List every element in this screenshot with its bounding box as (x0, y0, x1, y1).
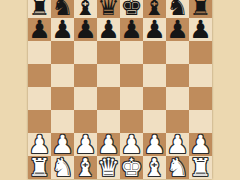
square-g2[interactable]: ♟ (166, 133, 189, 156)
square-h5[interactable] (189, 64, 212, 87)
square-e5[interactable] (120, 64, 143, 87)
square-h7[interactable]: ♟ (189, 18, 212, 41)
square-e3[interactable] (120, 110, 143, 133)
square-c8[interactable]: ♝ (74, 0, 97, 18)
piece-white-pawn[interactable]: ♟ (120, 132, 142, 157)
square-g1[interactable]: ♞ (166, 156, 189, 179)
square-d6[interactable] (97, 41, 120, 64)
piece-white-queen[interactable]: ♛ (97, 155, 119, 180)
square-c6[interactable] (74, 41, 97, 64)
square-b6[interactable] (51, 41, 74, 64)
square-g7[interactable]: ♟ (166, 18, 189, 41)
square-b3[interactable] (51, 110, 74, 133)
piece-black-rook[interactable]: ♜ (28, 0, 50, 19)
piece-black-pawn[interactable]: ♟ (97, 17, 119, 42)
square-e4[interactable] (120, 87, 143, 110)
square-b2[interactable]: ♟ (51, 133, 74, 156)
square-b4[interactable] (51, 87, 74, 110)
square-g6[interactable] (166, 41, 189, 64)
piece-black-bishop[interactable]: ♝ (74, 0, 96, 19)
square-d8[interactable]: ♛ (97, 0, 120, 18)
square-c7[interactable]: ♟ (74, 18, 97, 41)
piece-black-queen[interactable]: ♛ (97, 0, 119, 19)
piece-white-king[interactable]: ♚ (120, 155, 142, 180)
square-a5[interactable] (28, 64, 51, 87)
square-g3[interactable] (166, 110, 189, 133)
square-f3[interactable] (143, 110, 166, 133)
piece-white-bishop[interactable]: ♝ (143, 155, 165, 180)
square-a7[interactable]: ♟ (28, 18, 51, 41)
piece-black-pawn[interactable]: ♟ (166, 17, 188, 42)
square-h4[interactable] (189, 87, 212, 110)
piece-white-rook[interactable]: ♜ (28, 155, 50, 180)
square-e2[interactable]: ♟ (120, 133, 143, 156)
square-e8[interactable]: ♚ (120, 0, 143, 18)
piece-white-bishop[interactable]: ♝ (74, 155, 96, 180)
square-f4[interactable] (143, 87, 166, 110)
square-b1[interactable]: ♞ (51, 156, 74, 179)
square-f2[interactable]: ♟ (143, 133, 166, 156)
square-e7[interactable]: ♟ (120, 18, 143, 41)
piece-black-pawn[interactable]: ♟ (28, 17, 50, 42)
square-e1[interactable]: ♚ (120, 156, 143, 179)
square-d4[interactable] (97, 87, 120, 110)
square-f8[interactable]: ♝ (143, 0, 166, 18)
piece-white-pawn[interactable]: ♟ (143, 132, 165, 157)
square-d1[interactable]: ♛ (97, 156, 120, 179)
square-c1[interactable]: ♝ (74, 156, 97, 179)
app-background: ♜♞♝♛♚♝♞♜♟♟♟♟♟♟♟♟♟♟♟♟♟♟♟♟♜♞♝♛♚♝♞♜ (0, 0, 240, 180)
square-a8[interactable]: ♜ (28, 0, 51, 18)
square-a1[interactable]: ♜ (28, 156, 51, 179)
piece-white-pawn[interactable]: ♟ (166, 132, 188, 157)
square-h3[interactable] (189, 110, 212, 133)
piece-black-rook[interactable]: ♜ (189, 0, 211, 19)
square-g4[interactable] (166, 87, 189, 110)
square-f6[interactable] (143, 41, 166, 64)
piece-black-pawn[interactable]: ♟ (74, 17, 96, 42)
square-c2[interactable]: ♟ (74, 133, 97, 156)
square-d2[interactable]: ♟ (97, 133, 120, 156)
square-g8[interactable]: ♞ (166, 0, 189, 18)
square-a2[interactable]: ♟ (28, 133, 51, 156)
square-a3[interactable] (28, 110, 51, 133)
chess-board: ♜♞♝♛♚♝♞♜♟♟♟♟♟♟♟♟♟♟♟♟♟♟♟♟♜♞♝♛♚♝♞♜ (28, 0, 212, 179)
piece-black-king[interactable]: ♚ (120, 0, 142, 19)
square-c5[interactable] (74, 64, 97, 87)
piece-white-pawn[interactable]: ♟ (28, 132, 50, 157)
piece-white-knight[interactable]: ♞ (51, 155, 73, 180)
square-b8[interactable]: ♞ (51, 0, 74, 18)
square-h1[interactable]: ♜ (189, 156, 212, 179)
piece-black-knight[interactable]: ♞ (51, 0, 73, 19)
square-h6[interactable] (189, 41, 212, 64)
piece-white-pawn[interactable]: ♟ (189, 132, 211, 157)
piece-black-pawn[interactable]: ♟ (120, 17, 142, 42)
square-b7[interactable]: ♟ (51, 18, 74, 41)
piece-black-pawn[interactable]: ♟ (51, 17, 73, 42)
piece-white-knight[interactable]: ♞ (166, 155, 188, 180)
square-h2[interactable]: ♟ (189, 133, 212, 156)
square-e6[interactable] (120, 41, 143, 64)
square-c4[interactable] (74, 87, 97, 110)
square-d5[interactable] (97, 64, 120, 87)
square-f7[interactable]: ♟ (143, 18, 166, 41)
square-d7[interactable]: ♟ (97, 18, 120, 41)
piece-black-pawn[interactable]: ♟ (143, 17, 165, 42)
piece-white-pawn[interactable]: ♟ (74, 132, 96, 157)
piece-white-pawn[interactable]: ♟ (51, 132, 73, 157)
piece-black-knight[interactable]: ♞ (166, 0, 188, 19)
square-c3[interactable] (74, 110, 97, 133)
piece-black-pawn[interactable]: ♟ (189, 17, 211, 42)
piece-white-rook[interactable]: ♜ (189, 155, 211, 180)
square-a4[interactable] (28, 87, 51, 110)
piece-black-bishop[interactable]: ♝ (143, 0, 165, 19)
square-a6[interactable] (28, 41, 51, 64)
square-b5[interactable] (51, 64, 74, 87)
square-h8[interactable]: ♜ (189, 0, 212, 18)
square-f5[interactable] (143, 64, 166, 87)
square-g5[interactable] (166, 64, 189, 87)
piece-white-pawn[interactable]: ♟ (97, 132, 119, 157)
square-d3[interactable] (97, 110, 120, 133)
square-f1[interactable]: ♝ (143, 156, 166, 179)
